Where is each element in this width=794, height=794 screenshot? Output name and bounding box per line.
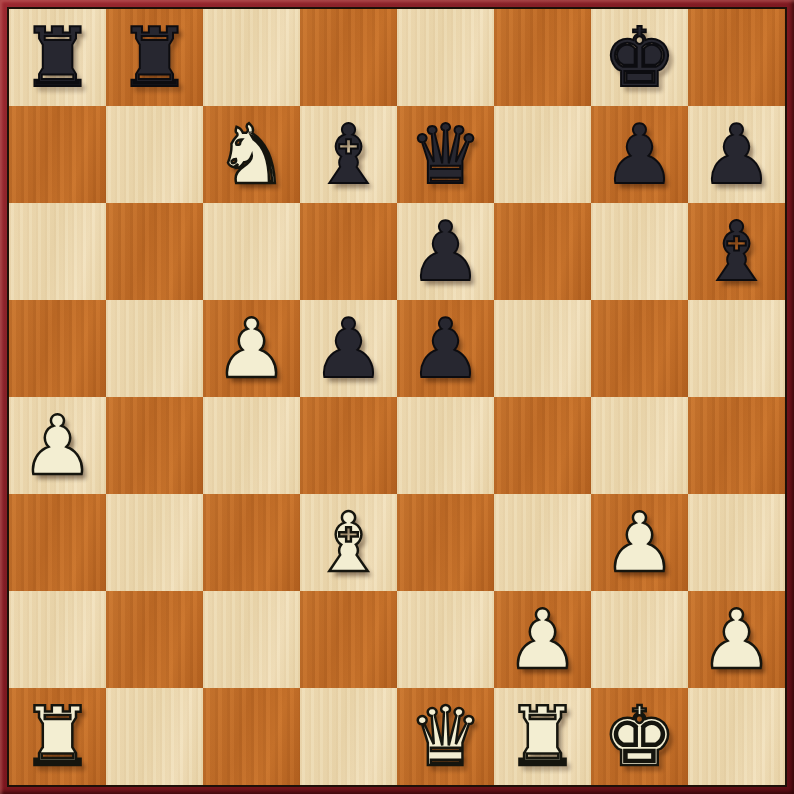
square-g6[interactable] [591, 203, 688, 300]
square-d6[interactable] [300, 203, 397, 300]
black-pawn-piece[interactable]: ♟ [409, 300, 483, 397]
square-a2[interactable] [9, 591, 106, 688]
square-d3[interactable]: ♝ [300, 494, 397, 591]
square-c4[interactable] [203, 397, 300, 494]
square-f2[interactable]: ♟ [494, 591, 591, 688]
square-e4[interactable] [397, 397, 494, 494]
square-g4[interactable] [591, 397, 688, 494]
square-c8[interactable] [203, 9, 300, 106]
black-queen-piece[interactable]: ♛ [409, 106, 483, 203]
square-a5[interactable] [9, 300, 106, 397]
white-king-piece[interactable]: ♚ [603, 688, 677, 785]
black-rook-piece[interactable]: ♜ [21, 9, 95, 106]
square-e5[interactable]: ♟ [397, 300, 494, 397]
square-h5[interactable] [688, 300, 785, 397]
square-f1[interactable]: ♜ [494, 688, 591, 785]
square-h7[interactable]: ♟ [688, 106, 785, 203]
square-e8[interactable] [397, 9, 494, 106]
square-c5[interactable]: ♟ [203, 300, 300, 397]
square-d2[interactable] [300, 591, 397, 688]
square-g5[interactable] [591, 300, 688, 397]
black-bishop-piece[interactable]: ♝ [700, 203, 774, 300]
square-g3[interactable]: ♟ [591, 494, 688, 591]
square-f7[interactable] [494, 106, 591, 203]
square-b4[interactable] [106, 397, 203, 494]
square-g1[interactable]: ♚ [591, 688, 688, 785]
square-f6[interactable] [494, 203, 591, 300]
square-b5[interactable] [106, 300, 203, 397]
square-c2[interactable] [203, 591, 300, 688]
black-rook-piece[interactable]: ♜ [118, 9, 192, 106]
square-g7[interactable]: ♟ [591, 106, 688, 203]
square-h3[interactable] [688, 494, 785, 591]
square-b2[interactable] [106, 591, 203, 688]
square-e7[interactable]: ♛ [397, 106, 494, 203]
square-c6[interactable] [203, 203, 300, 300]
white-bishop-piece[interactable]: ♝ [312, 494, 386, 591]
square-h2[interactable]: ♟ [688, 591, 785, 688]
white-rook-piece[interactable]: ♜ [506, 688, 580, 785]
square-h8[interactable] [688, 9, 785, 106]
white-pawn-piece[interactable]: ♟ [603, 494, 677, 591]
square-a4[interactable]: ♟ [9, 397, 106, 494]
square-f5[interactable] [494, 300, 591, 397]
square-b6[interactable] [106, 203, 203, 300]
white-rook-piece[interactable]: ♜ [21, 688, 95, 785]
square-c1[interactable] [203, 688, 300, 785]
square-b1[interactable] [106, 688, 203, 785]
black-bishop-piece[interactable]: ♝ [312, 106, 386, 203]
white-knight-piece[interactable]: ♞ [215, 106, 289, 203]
black-pawn-piece[interactable]: ♟ [603, 106, 677, 203]
board-frame: ♜♜♚♞♝♛♟♟♟♝♟♟♟♟♝♟♟♟♜♛♜♚ [0, 0, 794, 794]
square-e6[interactable]: ♟ [397, 203, 494, 300]
square-h1[interactable] [688, 688, 785, 785]
square-b7[interactable] [106, 106, 203, 203]
square-a8[interactable]: ♜ [9, 9, 106, 106]
chess-board: ♜♜♚♞♝♛♟♟♟♝♟♟♟♟♝♟♟♟♜♛♜♚ [7, 7, 787, 787]
white-pawn-piece[interactable]: ♟ [700, 591, 774, 688]
square-c7[interactable]: ♞ [203, 106, 300, 203]
square-a6[interactable] [9, 203, 106, 300]
square-d7[interactable]: ♝ [300, 106, 397, 203]
square-e1[interactable]: ♛ [397, 688, 494, 785]
white-pawn-piece[interactable]: ♟ [215, 300, 289, 397]
black-pawn-piece[interactable]: ♟ [312, 300, 386, 397]
square-e3[interactable] [397, 494, 494, 591]
square-f4[interactable] [494, 397, 591, 494]
square-d8[interactable] [300, 9, 397, 106]
white-pawn-piece[interactable]: ♟ [21, 397, 95, 494]
square-d4[interactable] [300, 397, 397, 494]
square-g2[interactable] [591, 591, 688, 688]
square-c3[interactable] [203, 494, 300, 591]
square-f3[interactable] [494, 494, 591, 591]
black-king-piece[interactable]: ♚ [603, 9, 677, 106]
square-e2[interactable] [397, 591, 494, 688]
square-a7[interactable] [9, 106, 106, 203]
square-b3[interactable] [106, 494, 203, 591]
square-b8[interactable]: ♜ [106, 9, 203, 106]
square-d5[interactable]: ♟ [300, 300, 397, 397]
square-a1[interactable]: ♜ [9, 688, 106, 785]
square-f8[interactable] [494, 9, 591, 106]
square-d1[interactable] [300, 688, 397, 785]
square-h4[interactable] [688, 397, 785, 494]
black-pawn-piece[interactable]: ♟ [409, 203, 483, 300]
square-g8[interactable]: ♚ [591, 9, 688, 106]
white-pawn-piece[interactable]: ♟ [506, 591, 580, 688]
square-a3[interactable] [9, 494, 106, 591]
black-pawn-piece[interactable]: ♟ [700, 106, 774, 203]
white-queen-piece[interactable]: ♛ [409, 688, 483, 785]
square-h6[interactable]: ♝ [688, 203, 785, 300]
